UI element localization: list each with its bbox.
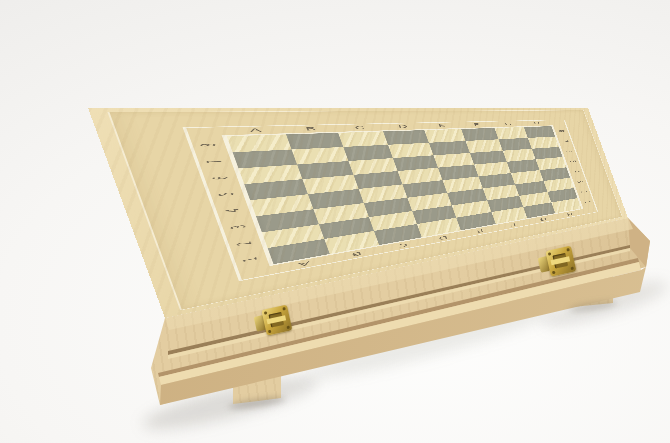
product-photo-scene: ABCDEFGH ABCDEFGH 87654321 87654321 xyxy=(0,0,670,443)
